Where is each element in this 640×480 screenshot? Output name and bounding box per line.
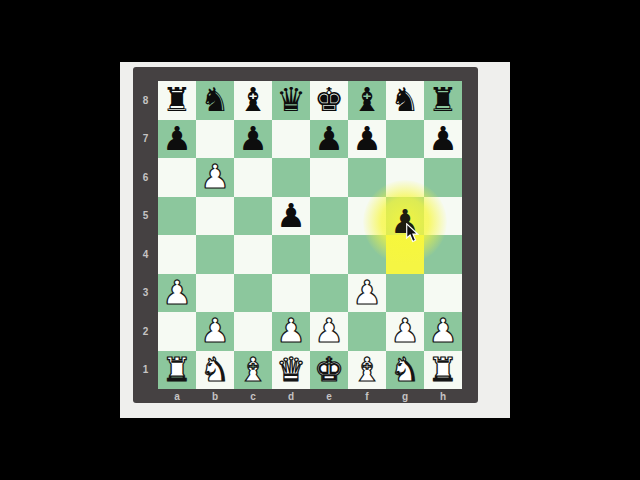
- piece-black-king[interactable]: ♚: [310, 81, 348, 120]
- piece-white-pawn[interactable]: ♟: [310, 312, 348, 351]
- square-c2[interactable]: [234, 312, 272, 351]
- square-c8[interactable]: ♝: [234, 81, 272, 120]
- square-d8[interactable]: ♛: [272, 81, 310, 120]
- square-b2[interactable]: ♟: [196, 312, 234, 351]
- square-d5[interactable]: ♟: [272, 197, 310, 236]
- square-f3[interactable]: ♟: [348, 274, 386, 313]
- piece-black-pawn[interactable]: ♟: [234, 120, 272, 159]
- piece-black-pawn[interactable]: ♟: [424, 120, 462, 159]
- piece-white-pawn[interactable]: ♟: [424, 312, 462, 351]
- square-b8[interactable]: ♞: [196, 81, 234, 120]
- square-h8[interactable]: ♜: [424, 81, 462, 120]
- rank-labels: 87654321: [133, 81, 158, 389]
- piece-white-rook[interactable]: ♜: [424, 351, 462, 390]
- piece-black-bishop[interactable]: ♝: [234, 81, 272, 120]
- piece-black-queen[interactable]: ♛: [272, 81, 310, 120]
- dragged-piece-black-pawn[interactable]: ♟: [386, 203, 424, 242]
- square-a1[interactable]: ♜: [158, 351, 196, 390]
- piece-black-bishop[interactable]: ♝: [348, 81, 386, 120]
- file-label-g: g: [386, 389, 424, 403]
- rank-label-8: 8: [133, 81, 158, 120]
- square-f5[interactable]: [348, 197, 386, 236]
- rank-label-7: 7: [133, 120, 158, 159]
- square-f6[interactable]: [348, 158, 386, 197]
- square-a2[interactable]: [158, 312, 196, 351]
- square-g2[interactable]: ♟: [386, 312, 424, 351]
- square-f7[interactable]: ♟: [348, 120, 386, 159]
- piece-white-pawn[interactable]: ♟: [348, 274, 386, 313]
- piece-white-bishop[interactable]: ♝: [348, 351, 386, 390]
- square-h4[interactable]: [424, 235, 462, 274]
- square-e7[interactable]: ♟: [310, 120, 348, 159]
- square-c6[interactable]: [234, 158, 272, 197]
- piece-white-pawn[interactable]: ♟: [158, 274, 196, 313]
- square-c5[interactable]: [234, 197, 272, 236]
- file-label-a: a: [158, 389, 196, 403]
- square-b1[interactable]: ♞: [196, 351, 234, 390]
- square-e6[interactable]: [310, 158, 348, 197]
- square-c7[interactable]: ♟: [234, 120, 272, 159]
- piece-white-knight[interactable]: ♞: [196, 351, 234, 390]
- square-e4[interactable]: [310, 235, 348, 274]
- chess-board[interactable]: ♟ ♜♞♝♛♚♝♞♜♟♟♟♟♟♟♟♟♟♟♟♟♟♟♜♞♝♛♚♝♞♜: [158, 81, 462, 389]
- chess-board-frame: 87654321 abcdefgh ♟ ♜♞♝♛♚♝♞♜♟♟♟♟♟♟♟♟♟♟♟♟…: [133, 67, 478, 403]
- square-d4[interactable]: [272, 235, 310, 274]
- square-e3[interactable]: [310, 274, 348, 313]
- square-g3[interactable]: [386, 274, 424, 313]
- video-frame: { "game": "chess", "scene": "chess board…: [0, 0, 640, 480]
- square-e8[interactable]: ♚: [310, 81, 348, 120]
- piece-black-rook[interactable]: ♜: [424, 81, 462, 120]
- square-a7[interactable]: ♟: [158, 120, 196, 159]
- square-h3[interactable]: [424, 274, 462, 313]
- square-c1[interactable]: ♝: [234, 351, 272, 390]
- piece-black-pawn[interactable]: ♟: [348, 120, 386, 159]
- piece-black-pawn[interactable]: ♟: [158, 120, 196, 159]
- square-g7[interactable]: [386, 120, 424, 159]
- piece-white-pawn[interactable]: ♟: [386, 312, 424, 351]
- square-e2[interactable]: ♟: [310, 312, 348, 351]
- rank-label-2: 2: [133, 312, 158, 351]
- square-a5[interactable]: [158, 197, 196, 236]
- square-d1[interactable]: ♛: [272, 351, 310, 390]
- file-label-h: h: [424, 389, 462, 403]
- square-a8[interactable]: ♜: [158, 81, 196, 120]
- square-d2[interactable]: ♟: [272, 312, 310, 351]
- file-labels: abcdefgh: [158, 389, 462, 403]
- square-c4[interactable]: [234, 235, 272, 274]
- square-h6[interactable]: [424, 158, 462, 197]
- rank-label-6: 6: [133, 158, 158, 197]
- square-f8[interactable]: ♝: [348, 81, 386, 120]
- video-content-area: 87654321 abcdefgh ♟ ♜♞♝♛♚♝♞♜♟♟♟♟♟♟♟♟♟♟♟♟…: [120, 62, 510, 418]
- square-h7[interactable]: ♟: [424, 120, 462, 159]
- square-d6[interactable]: [272, 158, 310, 197]
- square-b3[interactable]: [196, 274, 234, 313]
- rank-label-1: 1: [133, 351, 158, 390]
- square-d3[interactable]: [272, 274, 310, 313]
- square-h1[interactable]: ♜: [424, 351, 462, 390]
- square-g6[interactable]: [386, 158, 424, 197]
- square-f4[interactable]: [348, 235, 386, 274]
- file-label-f: f: [348, 389, 386, 403]
- square-d7[interactable]: [272, 120, 310, 159]
- square-a4[interactable]: [158, 235, 196, 274]
- piece-black-knight[interactable]: ♞: [196, 81, 234, 120]
- file-label-b: b: [196, 389, 234, 403]
- square-b4[interactable]: [196, 235, 234, 274]
- file-label-d: d: [272, 389, 310, 403]
- square-b5[interactable]: [196, 197, 234, 236]
- square-b6[interactable]: ♟: [196, 158, 234, 197]
- square-c3[interactable]: [234, 274, 272, 313]
- piece-black-rook[interactable]: ♜: [158, 81, 196, 120]
- square-g8[interactable]: ♞: [386, 81, 424, 120]
- rank-label-3: 3: [133, 274, 158, 313]
- square-h2[interactable]: ♟: [424, 312, 462, 351]
- rank-label-4: 4: [133, 235, 158, 274]
- file-label-e: e: [310, 389, 348, 403]
- piece-white-king[interactable]: ♚: [310, 351, 348, 390]
- square-a6[interactable]: [158, 158, 196, 197]
- square-g1[interactable]: ♞: [386, 351, 424, 390]
- square-e1[interactable]: ♚: [310, 351, 348, 390]
- piece-white-pawn[interactable]: ♟: [196, 158, 234, 197]
- square-f1[interactable]: ♝: [348, 351, 386, 390]
- piece-white-queen[interactable]: ♛: [272, 351, 310, 390]
- piece-black-knight[interactable]: ♞: [386, 81, 424, 120]
- piece-white-pawn[interactable]: ♟: [272, 312, 310, 351]
- piece-white-knight[interactable]: ♞: [386, 351, 424, 390]
- piece-black-pawn[interactable]: ♟: [272, 197, 310, 236]
- piece-white-rook[interactable]: ♜: [158, 351, 196, 390]
- square-f2[interactable]: [348, 312, 386, 351]
- square-e5[interactable]: [310, 197, 348, 236]
- piece-black-pawn[interactable]: ♟: [310, 120, 348, 159]
- square-b7[interactable]: [196, 120, 234, 159]
- piece-white-bishop[interactable]: ♝: [234, 351, 272, 390]
- file-label-c: c: [234, 389, 272, 403]
- rank-label-5: 5: [133, 197, 158, 236]
- piece-white-pawn[interactable]: ♟: [196, 312, 234, 351]
- square-h5[interactable]: [424, 197, 462, 236]
- square-a3[interactable]: ♟: [158, 274, 196, 313]
